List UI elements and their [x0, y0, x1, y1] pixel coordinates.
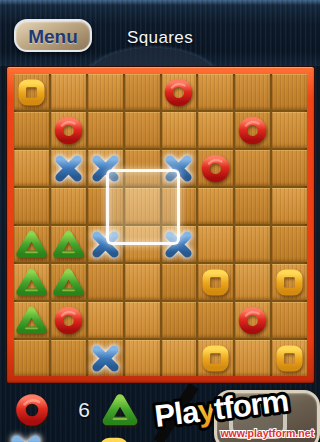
- board-cell[interactable]: [14, 340, 49, 376]
- board-cell[interactable]: [88, 74, 123, 110]
- piece-green-triangle-icon: [52, 266, 85, 299]
- piece-blue-cross-icon: [89, 228, 122, 261]
- board-cell[interactable]: [162, 150, 197, 186]
- board-cell[interactable]: [235, 340, 270, 376]
- board-cell[interactable]: [198, 74, 233, 110]
- board-cell[interactable]: [88, 340, 123, 376]
- piece-blue-cross-icon: [8, 432, 44, 442]
- board-frame: [6, 66, 315, 384]
- board-cell[interactable]: [125, 112, 160, 148]
- piece-red-ring-icon: [236, 304, 269, 337]
- board-cell[interactable]: [198, 264, 233, 300]
- app-screen: Menu Squares 6 2 Playtform www.playtform…: [0, 0, 320, 442]
- board-cell[interactable]: [51, 112, 86, 148]
- board-cell[interactable]: [125, 226, 160, 262]
- board-cell[interactable]: [162, 340, 197, 376]
- status-triangle-count: 2: [156, 397, 180, 421]
- board-cell[interactable]: [198, 302, 233, 338]
- board-cell[interactable]: [198, 150, 233, 186]
- board-cell[interactable]: [198, 340, 233, 376]
- board-cell[interactable]: [162, 302, 197, 338]
- piece-yellow-square-icon: [273, 266, 306, 299]
- status-cross-icon: [8, 432, 44, 442]
- board-cell[interactable]: [14, 302, 49, 338]
- board-cell[interactable]: [14, 188, 49, 224]
- board-cell[interactable]: [125, 264, 160, 300]
- piece-yellow-square-icon: [199, 266, 232, 299]
- board-cell[interactable]: [51, 226, 86, 262]
- piece-yellow-square-icon: [273, 342, 306, 375]
- piece-blue-cross-icon: [162, 228, 195, 261]
- board-cell[interactable]: [88, 226, 123, 262]
- board-cell[interactable]: [88, 188, 123, 224]
- piece-red-ring-icon: [13, 391, 51, 429]
- board-cell[interactable]: [88, 150, 123, 186]
- board-cell[interactable]: [162, 188, 197, 224]
- board-cell[interactable]: [51, 340, 86, 376]
- board-cell[interactable]: [14, 226, 49, 262]
- board-cell[interactable]: [162, 226, 197, 262]
- board-cell[interactable]: [235, 150, 270, 186]
- piece-yellow-square-icon: [199, 342, 232, 375]
- board-cell[interactable]: [51, 302, 86, 338]
- board-cell[interactable]: [235, 302, 270, 338]
- piece-yellow-square-icon: [96, 434, 132, 442]
- piece-red-ring-icon: [162, 76, 195, 109]
- board-cell[interactable]: [272, 74, 307, 110]
- piece-red-ring-icon: [199, 152, 232, 185]
- piece-green-triangle-icon: [52, 228, 85, 261]
- board-cell[interactable]: [51, 150, 86, 186]
- board-cell[interactable]: [272, 112, 307, 148]
- board-cell[interactable]: [125, 340, 160, 376]
- top-bar: Menu Squares: [0, 0, 320, 66]
- board-cell[interactable]: [235, 188, 270, 224]
- piece-red-ring-icon: [52, 304, 85, 337]
- board-cell[interactable]: [125, 150, 160, 186]
- board-cell[interactable]: [125, 188, 160, 224]
- board-cell[interactable]: [235, 226, 270, 262]
- board-cell[interactable]: [272, 226, 307, 262]
- board-cell[interactable]: [272, 264, 307, 300]
- board-cell[interactable]: [198, 112, 233, 148]
- board-cell[interactable]: [14, 264, 49, 300]
- piece-blue-cross-icon: [162, 152, 195, 185]
- board-cell[interactable]: [162, 112, 197, 148]
- board-cell[interactable]: [272, 302, 307, 338]
- board-cell[interactable]: [88, 112, 123, 148]
- board-cell[interactable]: [272, 150, 307, 186]
- board-cell[interactable]: [14, 74, 49, 110]
- board-cell[interactable]: [235, 264, 270, 300]
- status-red-ring-icon: [13, 391, 51, 429]
- board-cell[interactable]: [162, 74, 197, 110]
- status-square-icon: [96, 434, 132, 442]
- page-title: Squares: [0, 28, 320, 48]
- piece-red-ring-icon: [52, 114, 85, 147]
- piece-blue-cross-icon: [89, 342, 122, 375]
- board-cell[interactable]: [198, 188, 233, 224]
- piece-green-triangle-icon: [15, 228, 48, 261]
- boards-icon: [229, 401, 287, 439]
- board-cell[interactable]: [125, 74, 160, 110]
- piece-red-ring-icon: [236, 114, 269, 147]
- board-cell[interactable]: [51, 74, 86, 110]
- piece-green-triangle-icon: [15, 304, 48, 337]
- piece-blue-cross-icon: [52, 152, 85, 185]
- board-cell[interactable]: [198, 226, 233, 262]
- piece-yellow-square-icon: [15, 76, 48, 109]
- board-grid: [14, 74, 307, 376]
- piece-blue-cross-icon: [89, 152, 122, 185]
- board-cell[interactable]: [235, 112, 270, 148]
- piece-green-triangle-icon: [15, 266, 48, 299]
- board-cell[interactable]: [88, 264, 123, 300]
- status-red-ring-count: 6: [72, 398, 96, 422]
- board-cell[interactable]: [51, 188, 86, 224]
- board-cell[interactable]: [235, 74, 270, 110]
- status-triangle-icon: [101, 391, 139, 429]
- board-cell[interactable]: [162, 264, 197, 300]
- board-cell[interactable]: [14, 112, 49, 148]
- board-cell[interactable]: [272, 188, 307, 224]
- bottom-right-button[interactable]: [214, 390, 320, 442]
- piece-green-triangle-icon: [101, 391, 139, 429]
- board-cell[interactable]: [88, 302, 123, 338]
- board-cell[interactable]: [125, 302, 160, 338]
- board-cell[interactable]: [51, 264, 86, 300]
- board-cell[interactable]: [14, 150, 49, 186]
- board-cell[interactable]: [272, 340, 307, 376]
